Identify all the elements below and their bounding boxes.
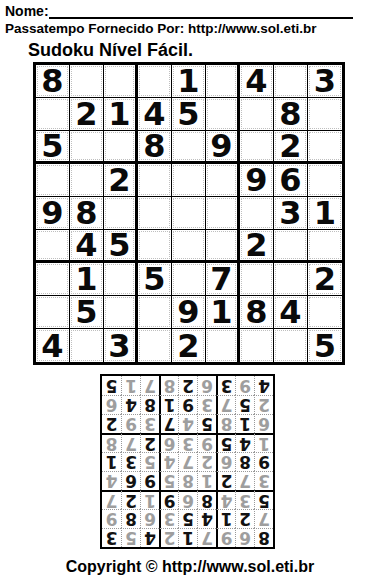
solution-cell-r3c3: 4 [216,490,235,509]
name-fill-line[interactable] [49,2,353,19]
puzzle-cell-r6c4[interactable] [138,230,172,263]
page-title: Sudoku Nível Fácil. [28,40,193,61]
puzzle-cell-r5c6[interactable] [206,197,240,230]
puzzle-cell-r2c2: 2 [70,98,104,131]
puzzle-cell-r1c9: 3 [308,65,342,98]
sudoku-puzzle-grid: 814321458589229698314521572591844325 [33,62,345,365]
solution-cell-r7c4: 5 [197,414,216,433]
puzzle-cell-r8c2: 5 [70,296,104,329]
solution-cell-r4c7: 9 [140,471,159,490]
puzzle-cell-r7c8[interactable] [274,263,308,296]
puzzle-cell-r8c1[interactable] [36,296,70,329]
solution-cell-r9c7: 7 [140,376,159,395]
puzzle-cell-r2c5: 5 [172,98,206,131]
solution-cell-r7c5: 4 [178,414,197,433]
solution-cell-r6c8: 7 [121,433,140,452]
solution-cell-r3c4: 8 [197,490,216,509]
puzzle-cell-r7c4: 5 [138,263,172,296]
solution-cell-r2c7: 6 [140,509,159,528]
solution-cell-r2c9: 9 [102,509,121,528]
name-row: Nome: [5,2,353,19]
solution-cell-r6c6: 6 [159,433,178,452]
solution-cell-r4c9: 4 [102,471,121,490]
puzzle-cell-r9c1: 4 [36,329,70,362]
puzzle-cell-r6c2: 4 [70,230,104,263]
solution-cell-r9c5: 2 [178,376,197,395]
solution-cell-r5c5: 7 [178,452,197,471]
puzzle-cell-r7c6: 7 [206,263,240,296]
puzzle-cell-r9c3: 3 [104,329,138,362]
puzzle-cell-r9c7[interactable] [240,329,274,362]
solution-cell-r6c3: 5 [216,433,235,452]
solution-cell-r8c4: 3 [197,395,216,414]
solution-cell-r1c7: 4 [140,528,159,547]
solution-cell-r6c7: 2 [140,433,159,452]
puzzle-cell-r8c8: 4 [274,296,308,329]
solution-cell-r5c3: 6 [216,452,235,471]
puzzle-cell-r9c8[interactable] [274,329,308,362]
puzzle-cell-r6c8[interactable] [274,230,308,263]
solution-cell-r1c9: 3 [102,528,121,547]
solution-cell-r5c4: 2 [197,452,216,471]
solution-cell-r5c8: 3 [121,452,140,471]
solution-cell-r5c1: 9 [254,452,273,471]
puzzle-cell-r7c9: 2 [308,263,342,296]
puzzle-cell-r8c4[interactable] [138,296,172,329]
solution-cell-r9c3: 3 [216,376,235,395]
solution-cell-r5c6: 4 [159,452,178,471]
puzzle-cell-r9c4[interactable] [138,329,172,362]
solution-cell-r3c8: 2 [121,490,140,509]
solution-cell-r8c3: 7 [216,395,235,414]
puzzle-cell-r3c4: 8 [138,131,172,164]
solution-cell-r7c1: 6 [254,414,273,433]
puzzle-cell-r3c3[interactable] [104,131,138,164]
solution-cell-r9c6: 8 [159,376,178,395]
puzzle-cell-r1c4[interactable] [138,65,172,98]
solution-cell-r7c2: 1 [235,414,254,433]
puzzle-cell-r8c7: 8 [240,296,274,329]
puzzle-cell-r4c1[interactable] [36,164,70,197]
puzzle-cell-r6c9[interactable] [308,230,342,263]
solution-cell-r7c9: 2 [102,414,121,433]
puzzle-cell-r9c9: 5 [308,329,342,362]
puzzle-cell-r1c2[interactable] [70,65,104,98]
copyright-footer: Copyright © http://www.sol.eti.br [0,558,380,576]
solution-cell-r3c2: 3 [235,490,254,509]
solution-cell-r2c2: 2 [235,509,254,528]
puzzle-cell-r3c7[interactable] [240,131,274,164]
puzzle-cell-r9c5: 2 [172,329,206,362]
puzzle-cell-r1c3[interactable] [104,65,138,98]
solution-cell-r2c4: 4 [197,509,216,528]
solution-cell-r3c6: 9 [159,490,178,509]
puzzle-cell-r8c5: 9 [172,296,206,329]
solution-cell-r3c9: 7 [102,490,121,509]
puzzle-cell-r6c1[interactable] [36,230,70,263]
puzzle-cell-r3c9[interactable] [308,131,342,164]
puzzle-cell-r4c4[interactable] [138,164,172,197]
puzzle-cell-r7c2: 1 [70,263,104,296]
solution-cell-r9c9: 5 [102,376,121,395]
solution-cell-r5c7: 5 [140,452,159,471]
puzzle-cell-r9c6[interactable] [206,329,240,362]
solution-cell-r4c6: 5 [159,471,178,490]
solution-cell-r7c3: 8 [216,414,235,433]
puzzle-cell-r7c7[interactable] [240,263,274,296]
puzzle-cell-r7c3[interactable] [104,263,138,296]
puzzle-cell-r6c7: 2 [240,230,274,263]
solution-cell-r2c1: 7 [254,509,273,528]
worksheet-page: Nome: Passatempo Fornecido Por: http://w… [0,0,380,585]
solution-cell-r1c3: 9 [216,528,235,547]
solution-cell-r6c5: 3 [178,433,197,452]
solution-cell-r8c7: 8 [140,395,159,414]
puzzle-cell-r2c3: 1 [104,98,138,131]
puzzle-cell-r5c4[interactable] [138,197,172,230]
solution-cell-r3c1: 5 [254,490,273,509]
puzzle-cell-r4c6[interactable] [206,164,240,197]
solution-cell-r5c2: 8 [235,452,254,471]
puzzle-cell-r1c8[interactable] [274,65,308,98]
puzzle-cell-r6c6[interactable] [206,230,240,263]
solution-cell-r6c1: 1 [254,433,273,452]
puzzle-cell-r6c3: 5 [104,230,138,263]
puzzle-cell-r1c1: 8 [36,65,70,98]
solution-cell-r4c1: 3 [254,471,273,490]
puzzle-cell-r5c5[interactable] [172,197,206,230]
solution-cell-r9c1: 4 [254,376,273,395]
solution-cell-r4c5: 8 [178,471,197,490]
solution-cell-r8c1: 2 [254,395,273,414]
solution-cell-r4c2: 7 [235,471,254,490]
solution-cell-r2c8: 8 [121,509,140,528]
solution-cell-r2c5: 5 [178,509,197,528]
solution-cell-r4c3: 2 [216,471,235,490]
sudoku-solution-grid-rotated: 8697124537214536895348691273721859649862… [100,374,275,549]
puzzle-cell-r8c9[interactable] [308,296,342,329]
solution-cell-r1c1: 8 [254,528,273,547]
solution-cell-r7c6: 7 [159,414,178,433]
puzzle-cell-r4c5[interactable] [172,164,206,197]
solution-cell-r2c3: 1 [216,509,235,528]
solution-cell-r8c5: 9 [178,395,197,414]
solution-cell-r4c8: 6 [121,471,140,490]
puzzle-cell-r4c9[interactable] [308,164,342,197]
puzzle-cell-r2c7[interactable] [240,98,274,131]
puzzle-cell-r3c6: 9 [206,131,240,164]
puzzle-cell-r6c5[interactable] [172,230,206,263]
solution-cell-r3c7: 1 [140,490,159,509]
solution-cell-r9c4: 6 [197,376,216,395]
solution-cell-r8c9: 6 [102,395,121,414]
solution-cell-r9c8: 1 [121,376,140,395]
solution-cell-r7c7: 3 [140,414,159,433]
puzzle-cell-r1c6[interactable] [206,65,240,98]
puzzle-cell-r8c3[interactable] [104,296,138,329]
puzzle-cell-r3c1: 5 [36,131,70,164]
solution-cell-r1c5: 1 [178,528,197,547]
puzzle-cell-r9c2[interactable] [70,329,104,362]
solution-cell-r1c8: 5 [121,528,140,547]
puzzle-cell-r7c5[interactable] [172,263,206,296]
solution-cell-r3c5: 6 [178,490,197,509]
solution-cell-r7c8: 9 [121,414,140,433]
solution-cell-r8c2: 5 [235,395,254,414]
solution-cell-r6c4: 9 [197,433,216,452]
puzzle-cell-r7c1[interactable] [36,263,70,296]
solution-cell-r4c4: 1 [197,471,216,490]
puzzle-cell-r5c8: 3 [274,197,308,230]
puzzle-cell-r5c9: 1 [308,197,342,230]
puzzle-cell-r4c8: 6 [274,164,308,197]
solution-cell-r6c2: 4 [235,433,254,452]
provider-line: Passatempo Fornecido Por: http://www.sol… [5,21,317,36]
name-label: Nome: [5,3,49,19]
solution-cell-r1c6: 2 [159,528,178,547]
puzzle-cell-r1c7: 4 [240,65,274,98]
puzzle-cell-r3c8: 2 [274,131,308,164]
puzzle-cell-r3c2[interactable] [70,131,104,164]
puzzle-cell-r8c6: 1 [206,296,240,329]
puzzle-cell-r3c5[interactable] [172,131,206,164]
puzzle-cell-r4c7: 9 [240,164,274,197]
solution-cell-r8c8: 4 [121,395,140,414]
puzzle-cell-r5c1: 9 [36,197,70,230]
puzzle-cell-r2c9[interactable] [308,98,342,131]
solution-cell-r6c9: 8 [102,433,121,452]
solution-cell-r8c6: 1 [159,395,178,414]
puzzle-cell-r4c3: 2 [104,164,138,197]
puzzle-cell-r1c5: 1 [172,65,206,98]
solution-cell-r2c6: 3 [159,509,178,528]
solution-cell-r1c2: 6 [235,528,254,547]
puzzle-cell-r4c2[interactable] [70,164,104,197]
solution-cell-r9c2: 9 [235,376,254,395]
solution-cell-r5c9: 1 [102,452,121,471]
solution-cell-r1c4: 7 [197,528,216,547]
